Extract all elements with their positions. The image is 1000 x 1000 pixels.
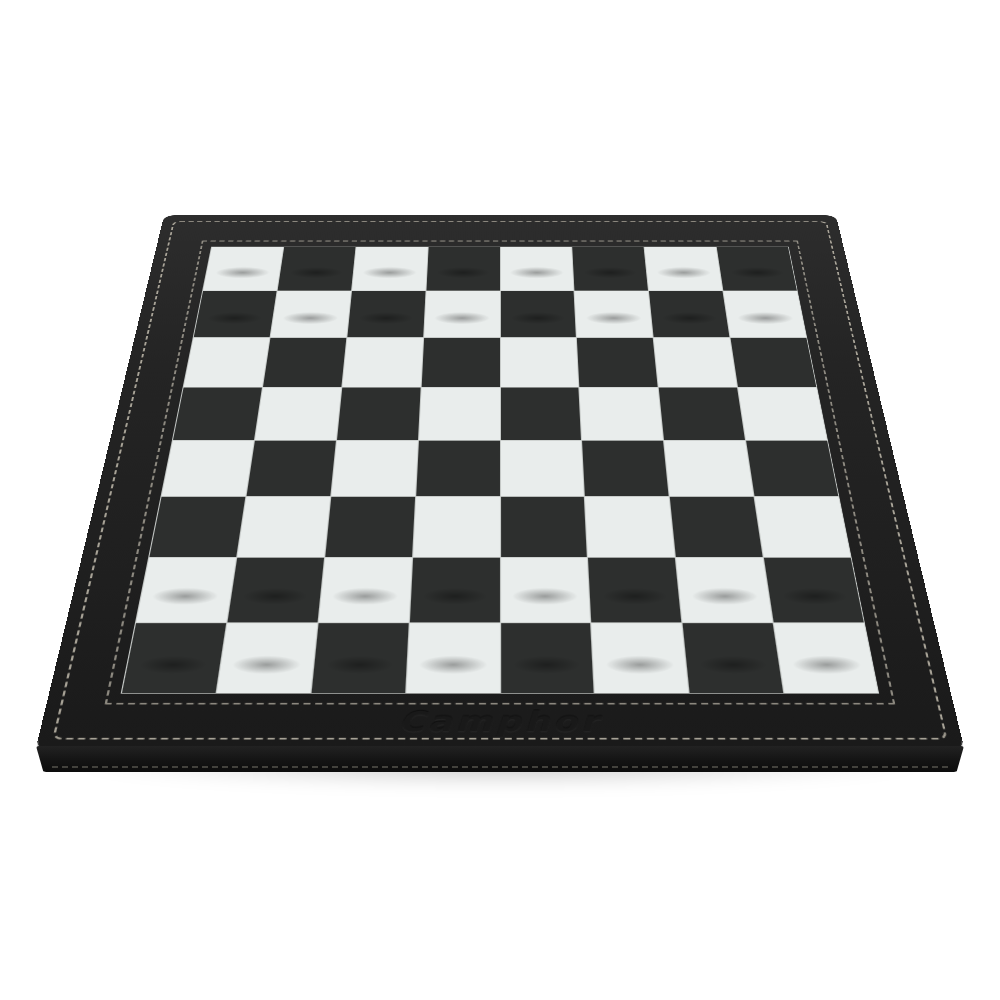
square-f5 bbox=[580, 387, 664, 439]
product-photo: Camphor ♜♞♝♚♛♝♞♜♟♟♟♟♟♟♟♟♟♟♟♟♟♟♟♟♜♞♝♚♛♝♞♜ bbox=[0, 0, 1000, 1000]
square-c5 bbox=[337, 387, 421, 439]
square-e6 bbox=[500, 338, 578, 387]
square-a5 bbox=[173, 387, 262, 439]
board-front-edge bbox=[36, 746, 964, 772]
square-g4 bbox=[664, 440, 753, 496]
white-rook-glyph: ♜ bbox=[771, 549, 881, 672]
square-g6 bbox=[654, 338, 737, 387]
chessboard: Camphor ♜♞♝♚♛♝♞♜♟♟♟♟♟♟♟♟♟♟♟♟♟♟♟♟♜♞♝♚♛♝♞♜ bbox=[35, 215, 965, 751]
square-a4 bbox=[162, 440, 254, 496]
black-pawn-glyph: ♟ bbox=[716, 213, 815, 324]
square-h6 bbox=[731, 338, 817, 387]
square-e5 bbox=[500, 387, 581, 439]
square-d5 bbox=[419, 387, 500, 439]
square-c6 bbox=[342, 338, 423, 387]
square-g5 bbox=[659, 387, 745, 439]
square-d6 bbox=[421, 338, 499, 387]
square-h4 bbox=[746, 440, 838, 496]
square-h5 bbox=[738, 387, 827, 439]
square-b4 bbox=[246, 440, 335, 496]
square-a6 bbox=[184, 338, 270, 387]
square-f6 bbox=[577, 338, 658, 387]
square-b5 bbox=[255, 387, 341, 439]
square-f4 bbox=[582, 440, 669, 496]
embossed-logo: Camphor bbox=[398, 706, 603, 738]
square-b6 bbox=[263, 338, 346, 387]
